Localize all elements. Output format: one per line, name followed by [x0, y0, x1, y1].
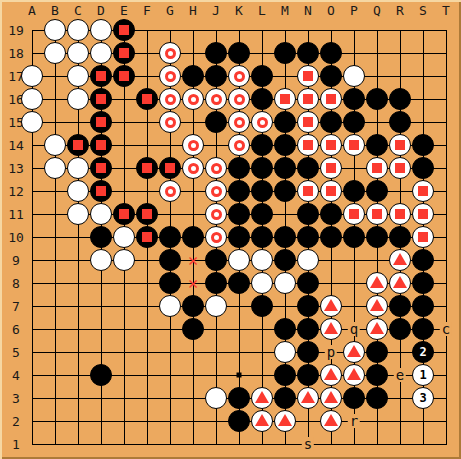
white-stone[interactable]	[251, 272, 273, 294]
black-stone[interactable]	[412, 272, 434, 294]
red-square-mark-icon	[326, 140, 336, 150]
black-stone[interactable]	[136, 226, 158, 248]
white-stone[interactable]	[297, 88, 319, 110]
black-stone[interactable]	[182, 318, 204, 340]
white-stone[interactable]	[251, 111, 273, 133]
white-stone[interactable]	[320, 134, 342, 156]
white-stone[interactable]	[320, 88, 342, 110]
white-stone[interactable]	[44, 19, 66, 41]
white-stone[interactable]	[297, 387, 319, 409]
point-label-r: r	[348, 414, 360, 428]
black-stone[interactable]	[366, 364, 388, 386]
black-stone[interactable]	[205, 272, 227, 294]
row-label-6: 6	[12, 323, 20, 336]
red-square-mark-icon	[142, 94, 152, 104]
black-stone[interactable]	[205, 111, 227, 133]
red-triangle-mark-icon	[324, 414, 338, 426]
red-circle-mark-icon	[211, 163, 222, 174]
white-stone[interactable]	[159, 65, 181, 87]
black-stone[interactable]	[366, 387, 388, 409]
white-stone[interactable]	[182, 134, 204, 156]
black-stone[interactable]	[90, 157, 112, 179]
white-stone[interactable]	[205, 180, 227, 202]
black-stone[interactable]	[251, 295, 273, 317]
white-stone[interactable]	[205, 226, 227, 248]
white-stone[interactable]	[205, 295, 227, 317]
red-square-mark-icon	[119, 25, 129, 35]
red-square-mark-icon	[96, 163, 106, 173]
col-label-M: M	[281, 4, 289, 17]
white-stone[interactable]	[67, 19, 89, 41]
red-triangle-mark-icon	[301, 391, 315, 403]
black-stone[interactable]	[228, 272, 250, 294]
red-square-mark-icon	[119, 71, 129, 81]
white-stone[interactable]	[320, 387, 342, 409]
white-stone[interactable]	[113, 249, 135, 271]
red-square-mark-icon	[372, 163, 382, 173]
stone-number: 3	[419, 392, 426, 404]
black-stone[interactable]	[136, 203, 158, 225]
black-stone[interactable]	[297, 226, 319, 248]
white-stone[interactable]	[297, 180, 319, 202]
red-triangle-mark-icon	[347, 368, 361, 380]
row-label-11: 11	[8, 208, 24, 221]
black-stone[interactable]	[320, 203, 342, 225]
col-label-G: G	[166, 4, 174, 17]
black-stone[interactable]	[67, 134, 89, 156]
white-stone[interactable]	[274, 88, 296, 110]
red-circle-mark-icon	[165, 117, 176, 128]
red-square-mark-icon	[303, 94, 313, 104]
white-stone[interactable]	[389, 203, 411, 225]
row-label-4: 4	[12, 369, 20, 382]
white-stone[interactable]	[343, 203, 365, 225]
numbered-stone-1[interactable]: 1	[412, 364, 434, 386]
red-circle-mark-icon	[257, 117, 268, 128]
row-label-7: 7	[12, 300, 20, 313]
black-stone[interactable]	[182, 295, 204, 317]
black-stone[interactable]	[297, 272, 319, 294]
black-stone[interactable]	[389, 111, 411, 133]
black-stone[interactable]	[90, 134, 112, 156]
white-stone[interactable]	[44, 42, 66, 64]
white-stone[interactable]	[182, 157, 204, 179]
white-stone[interactable]	[228, 111, 250, 133]
white-stone[interactable]	[228, 134, 250, 156]
white-stone[interactable]	[205, 387, 227, 409]
point-label-p: p	[325, 345, 337, 359]
row-label-13: 13	[8, 162, 24, 175]
white-stone[interactable]	[90, 249, 112, 271]
red-triangle-mark-icon	[324, 322, 338, 334]
white-stone[interactable]	[320, 157, 342, 179]
black-stone[interactable]	[389, 88, 411, 110]
black-stone[interactable]	[274, 42, 296, 64]
red-square-mark-icon	[372, 209, 382, 219]
white-stone[interactable]	[251, 249, 273, 271]
white-stone[interactable]	[205, 157, 227, 179]
black-stone[interactable]	[159, 249, 181, 271]
red-circle-mark-icon	[188, 163, 199, 174]
black-stone[interactable]	[274, 387, 296, 409]
white-stone[interactable]	[297, 111, 319, 133]
red-square-mark-icon	[142, 232, 152, 242]
white-stone[interactable]	[159, 88, 181, 110]
white-stone[interactable]	[159, 295, 181, 317]
red-circle-mark-icon	[211, 209, 222, 220]
red-triangle-mark-icon	[278, 414, 292, 426]
white-stone[interactable]	[274, 410, 296, 432]
red-square-mark-icon	[96, 117, 106, 127]
col-label-L: L	[258, 4, 266, 17]
black-stone[interactable]	[228, 203, 250, 225]
black-stone[interactable]	[205, 65, 227, 87]
black-stone[interactable]	[274, 134, 296, 156]
black-stone[interactable]	[90, 88, 112, 110]
black-stone[interactable]	[366, 134, 388, 156]
black-stone[interactable]	[274, 111, 296, 133]
white-stone[interactable]	[320, 410, 342, 432]
black-stone[interactable]	[389, 295, 411, 317]
red-square-mark-icon	[73, 140, 83, 150]
white-stone[interactable]	[113, 226, 135, 248]
white-stone[interactable]	[90, 42, 112, 64]
red-square-mark-icon	[142, 209, 152, 219]
black-stone[interactable]	[412, 318, 434, 340]
black-stone[interactable]	[113, 203, 135, 225]
black-stone[interactable]	[297, 203, 319, 225]
white-stone[interactable]	[159, 111, 181, 133]
black-stone[interactable]	[251, 226, 273, 248]
go-board[interactable]: ABCDEFGHJKLMNOPQRST191817161514131211109…	[0, 0, 461, 459]
black-stone[interactable]	[412, 134, 434, 156]
black-stone[interactable]	[205, 42, 227, 64]
red-triangle-mark-icon	[347, 345, 361, 357]
white-stone[interactable]	[251, 410, 273, 432]
white-stone[interactable]	[182, 88, 204, 110]
col-label-E: E	[120, 4, 128, 17]
black-stone[interactable]	[366, 88, 388, 110]
black-stone[interactable]	[182, 226, 204, 248]
red-triangle-mark-icon	[370, 276, 384, 288]
red-square-mark-icon	[326, 163, 336, 173]
red-square-mark-icon	[119, 48, 129, 58]
col-label-H: H	[189, 4, 197, 17]
white-stone[interactable]	[389, 157, 411, 179]
white-stone[interactable]	[21, 111, 43, 133]
col-label-B: B	[51, 4, 59, 17]
numbered-stone-2[interactable]: 2	[412, 341, 434, 363]
white-stone[interactable]	[21, 88, 43, 110]
red-square-mark-icon	[142, 163, 152, 173]
white-stone[interactable]	[389, 272, 411, 294]
x-mark-icon: ✕	[188, 252, 198, 269]
white-stone[interactable]	[90, 203, 112, 225]
red-square-mark-icon	[303, 71, 313, 81]
black-stone[interactable]	[297, 42, 319, 64]
black-stone[interactable]	[320, 65, 342, 87]
row-label-12: 12	[8, 185, 24, 198]
white-stone[interactable]	[159, 42, 181, 64]
row-label-19: 19	[8, 24, 24, 37]
row-label-10: 10	[8, 231, 24, 244]
black-stone[interactable]	[228, 157, 250, 179]
black-stone[interactable]	[320, 42, 342, 64]
red-square-mark-icon	[280, 94, 290, 104]
white-stone[interactable]	[343, 134, 365, 156]
row-label-14: 14	[8, 139, 24, 152]
red-circle-mark-icon	[165, 48, 176, 59]
white-stone[interactable]	[297, 134, 319, 156]
black-stone[interactable]	[90, 226, 112, 248]
white-stone[interactable]	[67, 180, 89, 202]
white-stone[interactable]	[343, 341, 365, 363]
black-stone[interactable]	[297, 364, 319, 386]
black-stone[interactable]	[320, 226, 342, 248]
black-stone[interactable]	[320, 111, 342, 133]
col-label-O: O	[327, 4, 335, 17]
red-triangle-mark-icon	[393, 276, 407, 288]
red-triangle-mark-icon	[393, 253, 407, 265]
black-stone[interactable]	[389, 226, 411, 248]
point-label-s: s	[302, 437, 314, 451]
red-square-mark-icon	[119, 209, 129, 219]
black-stone[interactable]	[159, 157, 181, 179]
red-circle-mark-icon	[234, 94, 245, 105]
red-square-mark-icon	[395, 209, 405, 219]
black-stone[interactable]	[90, 65, 112, 87]
white-stone[interactable]	[389, 134, 411, 156]
white-stone[interactable]	[343, 364, 365, 386]
black-stone[interactable]	[343, 387, 365, 409]
red-circle-mark-icon	[211, 232, 222, 243]
black-stone[interactable]	[251, 65, 273, 87]
black-stone[interactable]	[366, 226, 388, 248]
black-stone[interactable]	[251, 134, 273, 156]
black-stone[interactable]	[113, 42, 135, 64]
red-square-mark-icon	[326, 94, 336, 104]
red-square-mark-icon	[165, 163, 175, 173]
white-stone[interactable]	[44, 157, 66, 179]
red-square-mark-icon	[303, 117, 313, 127]
black-stone[interactable]	[343, 88, 365, 110]
black-stone[interactable]	[412, 157, 434, 179]
col-label-C: C	[74, 4, 82, 17]
black-stone[interactable]	[366, 341, 388, 363]
black-stone[interactable]	[136, 157, 158, 179]
black-stone[interactable]	[90, 180, 112, 202]
x-mark-icon: ✕	[188, 275, 198, 292]
black-stone[interactable]	[228, 42, 250, 64]
white-stone[interactable]	[366, 295, 388, 317]
white-stone[interactable]	[228, 249, 250, 271]
black-stone[interactable]	[251, 203, 273, 225]
col-label-S: S	[419, 4, 427, 17]
black-stone[interactable]	[366, 180, 388, 202]
row-label-8: 8	[12, 277, 20, 290]
row-label-1: 1	[12, 438, 20, 451]
black-stone[interactable]	[274, 157, 296, 179]
point-label-c: c	[440, 322, 452, 336]
white-stone[interactable]	[343, 65, 365, 87]
black-stone[interactable]	[389, 318, 411, 340]
red-circle-mark-icon	[234, 117, 245, 128]
white-stone[interactable]	[366, 203, 388, 225]
white-stone[interactable]	[67, 203, 89, 225]
red-square-mark-icon	[395, 140, 405, 150]
red-square-mark-icon	[418, 209, 428, 219]
numbered-stone-3[interactable]: 3	[412, 387, 434, 409]
black-stone[interactable]	[297, 295, 319, 317]
col-label-K: K	[235, 4, 243, 17]
red-square-mark-icon	[96, 71, 106, 81]
white-stone[interactable]	[297, 65, 319, 87]
star-point	[237, 373, 242, 378]
red-triangle-mark-icon	[324, 391, 338, 403]
col-label-T: T	[442, 4, 450, 17]
white-stone[interactable]	[320, 364, 342, 386]
red-triangle-mark-icon	[370, 322, 384, 334]
white-stone[interactable]	[320, 295, 342, 317]
white-stone[interactable]	[274, 341, 296, 363]
black-stone[interactable]	[228, 410, 250, 432]
black-stone[interactable]	[412, 249, 434, 271]
black-stone[interactable]	[159, 272, 181, 294]
white-stone[interactable]	[44, 134, 66, 156]
white-stone[interactable]	[251, 387, 273, 409]
black-stone[interactable]	[274, 226, 296, 248]
black-stone[interactable]	[343, 180, 365, 202]
black-stone[interactable]	[205, 249, 227, 271]
red-circle-mark-icon	[165, 71, 176, 82]
red-circle-mark-icon	[165, 186, 176, 197]
white-stone[interactable]	[67, 88, 89, 110]
red-square-mark-icon	[303, 186, 313, 196]
col-label-R: R	[396, 4, 404, 17]
red-triangle-mark-icon	[255, 414, 269, 426]
black-stone[interactable]	[274, 318, 296, 340]
black-stone[interactable]	[90, 364, 112, 386]
stone-number: 2	[419, 346, 426, 358]
black-stone[interactable]	[251, 157, 273, 179]
white-stone[interactable]	[320, 180, 342, 202]
stone-number: 1	[419, 369, 426, 381]
black-stone[interactable]	[90, 111, 112, 133]
row-label-18: 18	[8, 47, 24, 60]
white-stone[interactable]	[67, 65, 89, 87]
white-stone[interactable]	[412, 180, 434, 202]
red-circle-mark-icon	[188, 94, 199, 105]
black-stone[interactable]	[274, 249, 296, 271]
black-stone[interactable]	[343, 226, 365, 248]
red-triangle-mark-icon	[324, 368, 338, 380]
row-label-2: 2	[12, 415, 20, 428]
black-stone[interactable]	[159, 226, 181, 248]
point-label-e: e	[394, 368, 406, 382]
red-circle-mark-icon	[211, 94, 222, 105]
black-stone[interactable]	[343, 111, 365, 133]
black-stone[interactable]	[113, 19, 135, 41]
red-circle-mark-icon	[165, 94, 176, 105]
black-stone[interactable]	[297, 341, 319, 363]
white-stone[interactable]	[228, 88, 250, 110]
col-label-P: P	[350, 4, 358, 17]
red-square-mark-icon	[349, 140, 359, 150]
white-stone[interactable]	[205, 88, 227, 110]
white-stone[interactable]	[159, 180, 181, 202]
black-stone[interactable]	[182, 65, 204, 87]
col-label-N: N	[304, 4, 312, 17]
white-stone[interactable]	[366, 272, 388, 294]
white-stone[interactable]	[320, 318, 342, 340]
col-label-F: F	[143, 4, 151, 17]
black-stone[interactable]	[297, 157, 319, 179]
white-stone[interactable]	[67, 157, 89, 179]
black-stone[interactable]	[274, 364, 296, 386]
black-stone[interactable]	[228, 226, 250, 248]
white-stone[interactable]	[412, 226, 434, 248]
black-stone[interactable]	[412, 295, 434, 317]
red-triangle-mark-icon	[370, 299, 384, 311]
white-stone[interactable]	[297, 249, 319, 271]
red-triangle-mark-icon	[255, 391, 269, 403]
white-stone[interactable]	[389, 249, 411, 271]
white-stone[interactable]	[67, 42, 89, 64]
white-stone[interactable]	[366, 157, 388, 179]
white-stone[interactable]	[274, 272, 296, 294]
red-circle-mark-icon	[234, 71, 245, 82]
col-label-J: J	[212, 4, 220, 17]
black-stone[interactable]	[228, 180, 250, 202]
red-circle-mark-icon	[234, 140, 245, 151]
red-circle-mark-icon	[211, 186, 222, 197]
black-stone[interactable]	[297, 318, 319, 340]
row-label-5: 5	[12, 346, 20, 359]
row-label-3: 3	[12, 392, 20, 405]
red-square-mark-icon	[418, 232, 428, 242]
white-stone[interactable]	[366, 318, 388, 340]
white-stone[interactable]	[21, 65, 43, 87]
red-square-mark-icon	[96, 94, 106, 104]
red-square-mark-icon	[395, 163, 405, 173]
black-stone[interactable]	[251, 88, 273, 110]
white-stone[interactable]	[90, 19, 112, 41]
red-circle-mark-icon	[188, 140, 199, 151]
red-square-mark-icon	[303, 140, 313, 150]
red-square-mark-icon	[418, 186, 428, 196]
col-label-D: D	[97, 4, 105, 17]
row-label-9: 9	[12, 254, 20, 267]
white-stone[interactable]	[228, 65, 250, 87]
point-label-q: q	[348, 322, 360, 336]
red-square-mark-icon	[96, 140, 106, 150]
col-label-Q: Q	[373, 4, 381, 17]
white-stone[interactable]	[412, 203, 434, 225]
col-label-A: A	[28, 4, 36, 17]
red-square-mark-icon	[349, 209, 359, 219]
black-stone[interactable]	[274, 180, 296, 202]
white-stone[interactable]	[205, 203, 227, 225]
red-square-mark-icon	[96, 186, 106, 196]
black-stone[interactable]	[251, 180, 273, 202]
black-stone[interactable]	[228, 387, 250, 409]
black-stone[interactable]	[113, 65, 135, 87]
red-triangle-mark-icon	[324, 299, 338, 311]
red-square-mark-icon	[326, 186, 336, 196]
black-stone[interactable]	[136, 88, 158, 110]
